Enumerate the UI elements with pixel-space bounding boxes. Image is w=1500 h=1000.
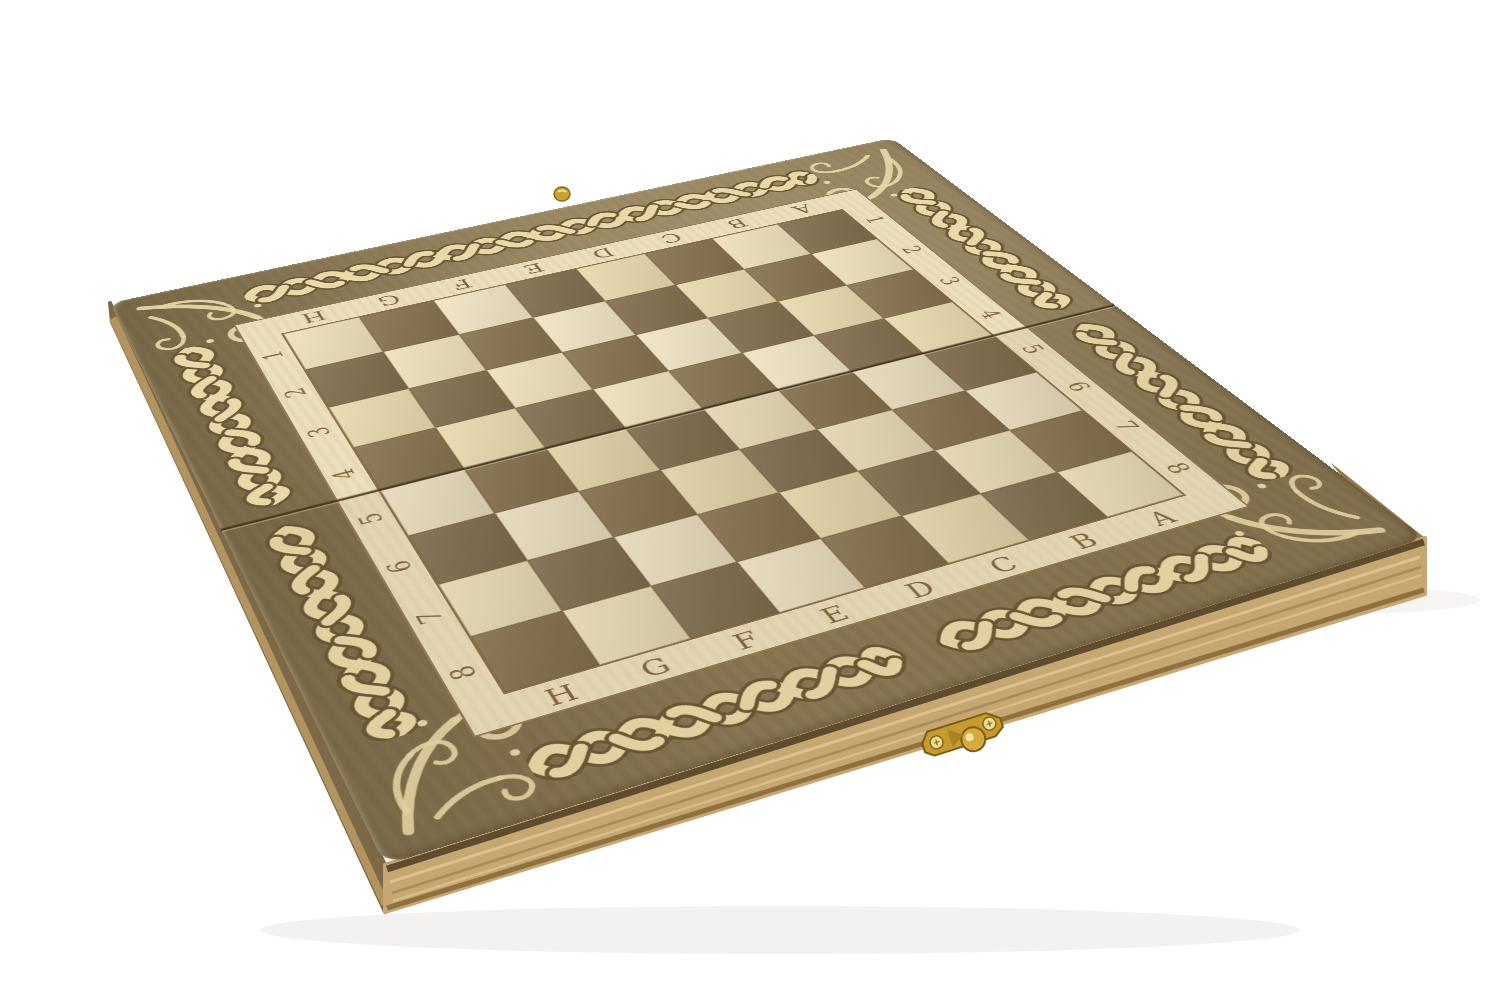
product-photo-stage: HH11GG22FF33EE44DD55CC66BB77AA88 (0, 0, 1500, 1000)
soft-shadow (260, 906, 1300, 954)
